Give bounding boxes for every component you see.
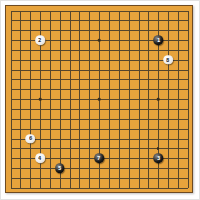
stone-black-5: 5 xyxy=(55,163,65,173)
grid-line xyxy=(188,11,189,188)
move-number: 1 xyxy=(157,38,160,43)
grid-line xyxy=(109,11,110,188)
move-number: 7 xyxy=(97,156,100,161)
grid-line xyxy=(119,11,120,188)
stone-black-7: 7 xyxy=(94,153,104,163)
grid-line xyxy=(11,178,188,179)
stone-black-3: 3 xyxy=(153,153,163,163)
grid-line xyxy=(129,11,130,188)
star-point xyxy=(39,98,42,101)
stone-black-1: 1 xyxy=(153,35,163,45)
star-point xyxy=(98,39,101,42)
stone-white-8: 8 xyxy=(163,55,173,65)
move-number: 6 xyxy=(29,136,32,141)
star-point xyxy=(157,98,160,101)
go-board[interactable]: 12345678 xyxy=(5,5,193,193)
move-number: 5 xyxy=(58,166,61,171)
move-number: 3 xyxy=(157,156,160,161)
grid-line xyxy=(11,109,188,110)
stone-white-4: 4 xyxy=(35,153,45,163)
grid-line xyxy=(178,11,179,188)
grid-line xyxy=(139,11,140,188)
grid-line xyxy=(11,168,188,169)
grid-line xyxy=(148,11,149,188)
grid-line xyxy=(11,188,188,189)
grid-line xyxy=(11,129,188,130)
stone-white-2: 2 xyxy=(35,35,45,45)
move-number: 2 xyxy=(38,38,41,43)
grid-line xyxy=(11,119,188,120)
move-number: 8 xyxy=(166,57,169,62)
grid-line xyxy=(168,11,169,188)
star-point xyxy=(98,98,101,101)
grid-line xyxy=(11,139,188,140)
move-number: 4 xyxy=(38,156,41,161)
grid-line xyxy=(11,148,188,149)
stone-white-6: 6 xyxy=(25,134,35,144)
